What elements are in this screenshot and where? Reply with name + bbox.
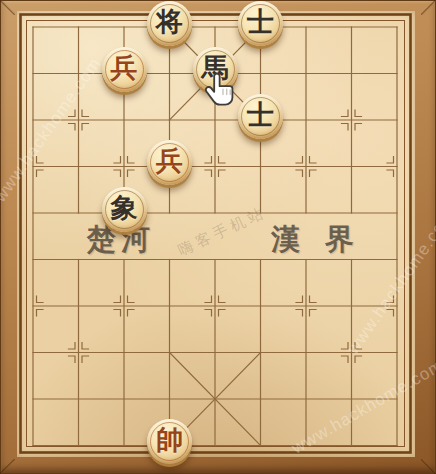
piece-black-advisor-a[interactable]: 士 xyxy=(238,1,283,46)
piece-red-general[interactable]: 帥 xyxy=(147,419,192,464)
piece-character: 兵 xyxy=(111,55,138,84)
river-label-han-jie: 漢界 xyxy=(271,224,379,254)
piece-red-soldier-b[interactable]: 兵 xyxy=(147,140,192,185)
piece-black-elephant[interactable]: 象 xyxy=(102,187,147,232)
piece-character: 象 xyxy=(111,195,138,224)
piece-red-soldier-a[interactable]: 兵 xyxy=(102,47,147,92)
piece-black-general[interactable]: 将 xyxy=(147,1,192,46)
piece-character: 士 xyxy=(247,9,274,38)
piece-black-advisor-b[interactable]: 士 xyxy=(238,94,283,139)
hand-cursor-icon xyxy=(204,71,235,108)
piece-character: 将 xyxy=(156,9,183,38)
piece-character: 帥 xyxy=(156,427,183,456)
piece-character: 士 xyxy=(247,102,274,131)
xiangqi-board-screenshot: 楚河 漢界 嗨客手机站 将士兵馬士兵象帥 www.hackhome.com ww… xyxy=(0,0,436,474)
piece-character: 兵 xyxy=(156,148,183,177)
